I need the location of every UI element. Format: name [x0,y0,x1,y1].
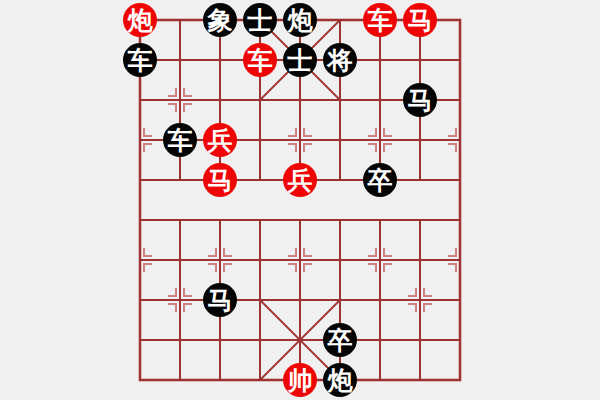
piece-glyph: 车 [248,48,273,73]
red-general-piece[interactable]: 帅 [283,363,317,397]
red-horse-piece[interactable]: 马 [203,163,237,197]
red-soldier-piece[interactable]: 兵 [203,123,237,157]
board-intersection: 兵 [280,160,320,200]
black-cannon-piece[interactable]: 炮 [283,3,317,37]
black-advisor-piece[interactable]: 士 [243,3,277,37]
piece-glyph: 炮 [128,8,153,33]
board-intersection: 车 [240,40,280,80]
board-intersection: 车 [120,40,160,80]
piece-glyph: 马 [208,288,233,313]
piece-glyph: 帅 [288,368,313,393]
xiangqi-board-screenshot: 炮象士炮车马车车士将马车兵马兵卒马卒帅炮 [0,0,600,400]
board-intersection: 炮 [320,360,360,400]
piece-glyph: 兵 [288,168,313,193]
board-intersection: 马 [200,160,240,200]
black-horse-piece[interactable]: 马 [403,83,437,117]
piece-glyph: 马 [408,8,433,33]
piece-glyph: 卒 [328,328,353,353]
board-intersection: 马 [400,80,440,120]
piece-glyph: 士 [288,48,313,73]
piece-glyph: 炮 [288,8,313,33]
piece-layer: 炮象士炮车马车车士将马车兵马兵卒马卒帅炮 [120,0,480,400]
board-intersection: 车 [160,120,200,160]
board-intersection: 帅 [280,360,320,400]
board-intersection: 士 [280,40,320,80]
board-intersection: 炮 [120,0,160,40]
piece-glyph: 车 [168,128,193,153]
piece-glyph: 炮 [328,368,353,393]
black-chariot-piece[interactable]: 车 [123,43,157,77]
board-intersection: 象 [200,0,240,40]
piece-glyph: 马 [408,88,433,113]
board-intersection: 士 [240,0,280,40]
board-intersection: 兵 [200,120,240,160]
piece-glyph: 卒 [368,168,393,193]
piece-glyph: 车 [368,8,393,33]
red-soldier-piece[interactable]: 兵 [283,163,317,197]
piece-glyph: 将 [328,48,353,73]
black-soldier-piece[interactable]: 卒 [323,323,357,357]
piece-glyph: 士 [248,8,273,33]
black-soldier-piece[interactable]: 卒 [363,163,397,197]
board-intersection: 卒 [320,320,360,360]
piece-glyph: 马 [208,168,233,193]
black-horse-piece[interactable]: 马 [203,283,237,317]
red-chariot-piece[interactable]: 车 [363,3,397,37]
piece-glyph: 车 [128,48,153,73]
black-chariot-piece[interactable]: 车 [163,123,197,157]
board-intersection: 马 [400,0,440,40]
red-chariot-piece[interactable]: 车 [243,43,277,77]
black-advisor-piece[interactable]: 士 [283,43,317,77]
board-intersection: 将 [320,40,360,80]
board-intersection: 炮 [280,0,320,40]
board-intersection: 车 [360,0,400,40]
red-horse-piece[interactable]: 马 [403,3,437,37]
black-cannon-piece[interactable]: 炮 [323,363,357,397]
red-cannon-piece[interactable]: 炮 [123,3,157,37]
black-general-piece[interactable]: 将 [323,43,357,77]
black-elephant-piece[interactable]: 象 [203,3,237,37]
board-intersection: 卒 [360,160,400,200]
piece-glyph: 象 [208,8,233,33]
board-intersection: 马 [200,280,240,320]
piece-glyph: 兵 [208,128,233,153]
